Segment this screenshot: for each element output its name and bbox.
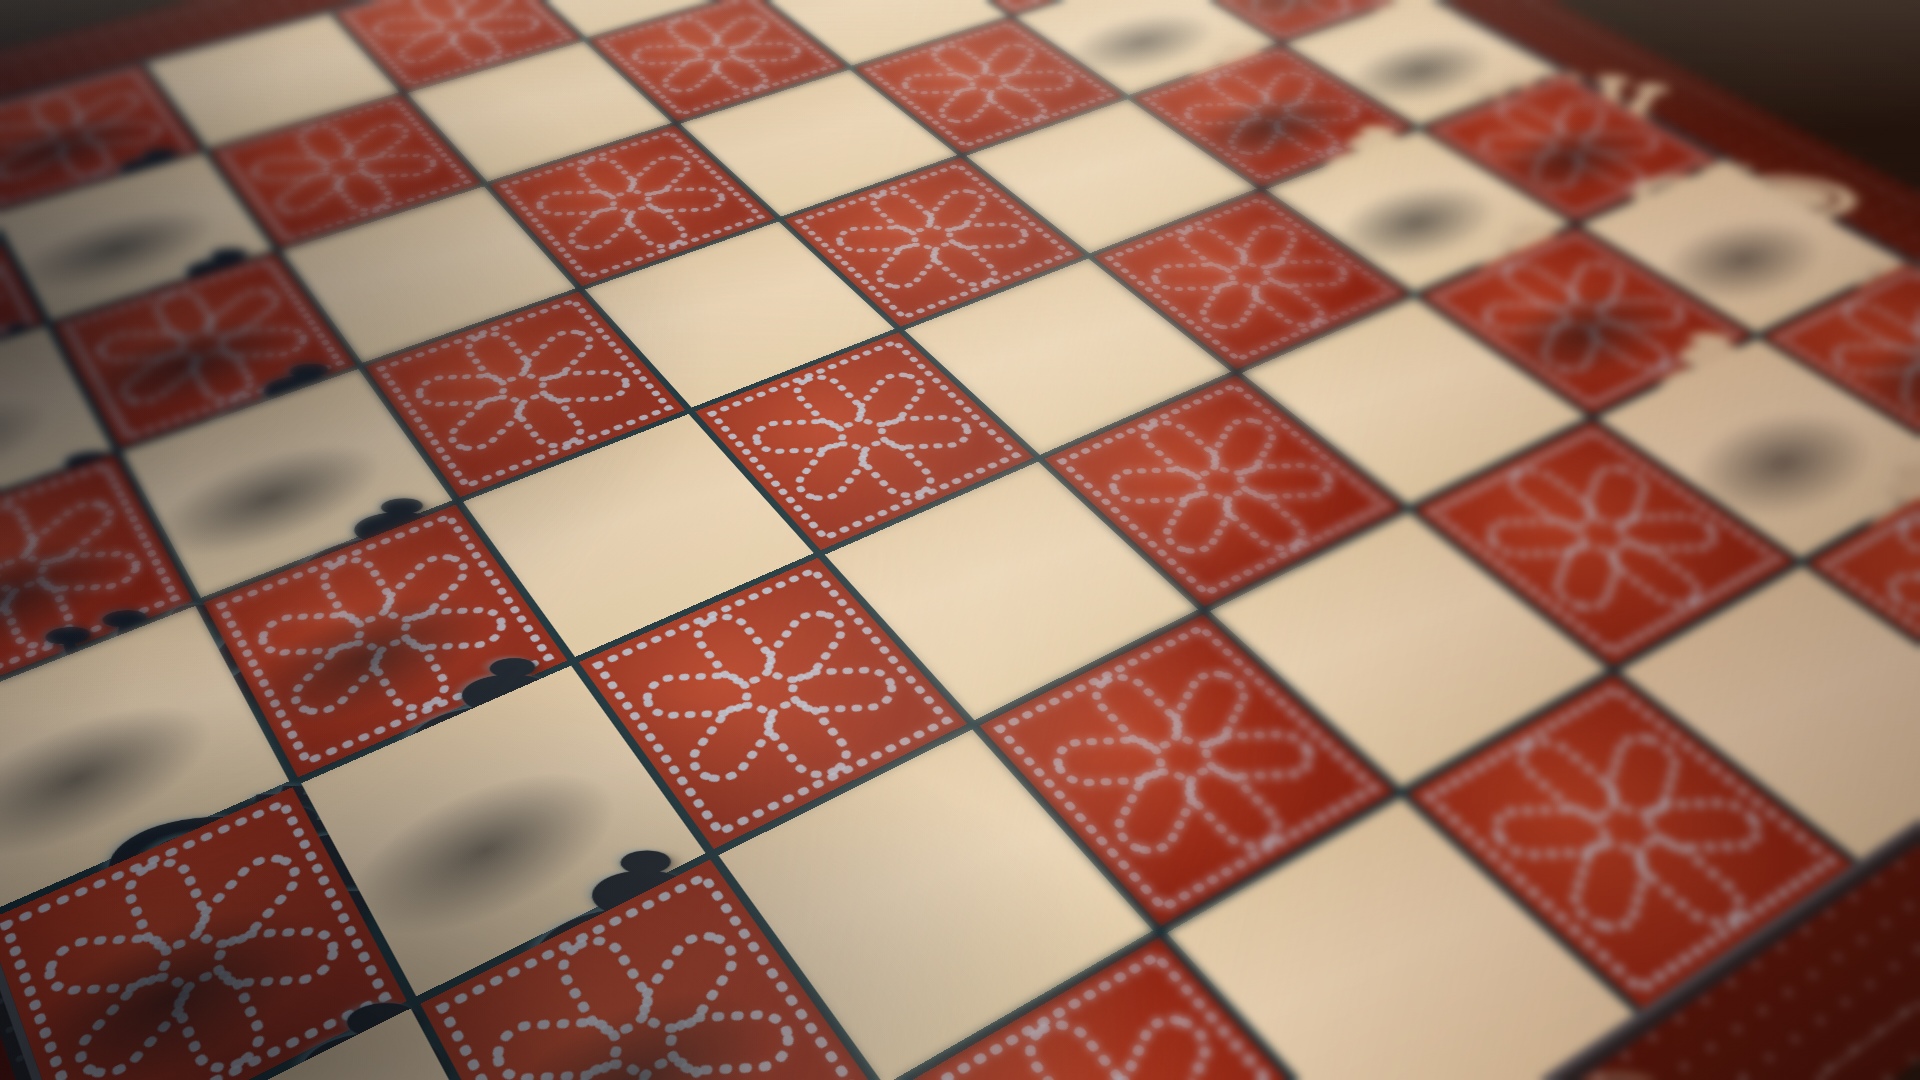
chess-board: 2 ♜ ♟ ♟ ♜ ♞♟ ♟♞♝ ♟ ♟ ♝ ♛♟ ♟♛	[0, 0, 1920, 1080]
perspective-scene: 2 ♜ ♟ ♟ ♜ ♞♟ ♟♞♝ ♟ ♟ ♝ ♛♟ ♟♛	[0, 0, 1920, 1080]
border-rank-numeral: 2	[1549, 1066, 1728, 1080]
board-grid: ♜ ♟ ♟ ♜ ♞♟ ♟♞♝ ♟ ♟ ♝ ♛♟ ♟♛♚	[0, 0, 1920, 1080]
chess-photo-stage: 2 ♜ ♟ ♟ ♜ ♞♟ ♟♞♝ ♟ ♟ ♝ ♛♟ ♟♛	[0, 0, 1920, 1080]
